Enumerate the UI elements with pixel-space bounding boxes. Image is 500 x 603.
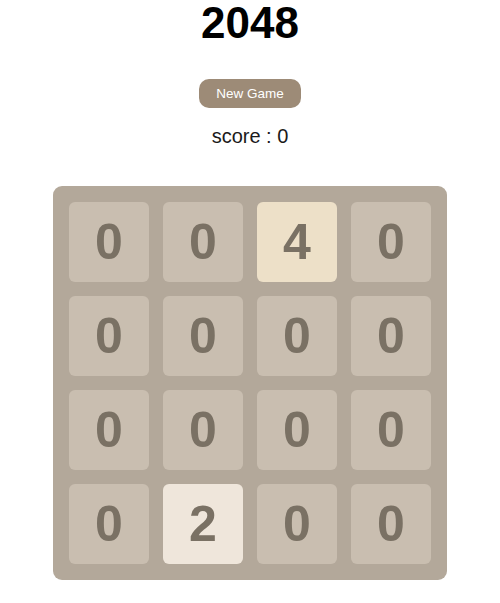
- score-label: score :: [212, 125, 272, 147]
- cell-r1-c1: 0: [163, 296, 243, 376]
- score-line: score : 0: [0, 125, 500, 148]
- score-value: 0: [277, 125, 288, 147]
- cell-r2-c3: 0: [351, 390, 431, 470]
- cell-r3-c3: 0: [351, 484, 431, 564]
- cell-r1-c0: 0: [69, 296, 149, 376]
- cell-r2-c1: 0: [163, 390, 243, 470]
- cell-r3-c2: 0: [257, 484, 337, 564]
- cell-r2-c2: 0: [257, 390, 337, 470]
- cell-r3-c1: 2: [163, 484, 243, 564]
- cell-r0-c1: 0: [163, 202, 243, 282]
- page-title: 2048: [0, 0, 500, 46]
- cell-r2-c0: 0: [69, 390, 149, 470]
- cell-r0-c3: 0: [351, 202, 431, 282]
- cell-r1-c3: 0: [351, 296, 431, 376]
- cell-r3-c0: 0: [69, 484, 149, 564]
- game-board[interactable]: 0 0 4 0 0 0 0 0 0 0 0 0 0 2 0 0: [53, 186, 447, 580]
- new-game-button[interactable]: New Game: [199, 79, 301, 108]
- toolbar: New Game: [0, 79, 500, 108]
- cell-r1-c2: 0: [257, 296, 337, 376]
- game-page: 2048 New Game score : 0 0 0 4 0 0 0 0 0 …: [0, 0, 500, 580]
- cell-r0-c2: 4: [257, 202, 337, 282]
- cell-r0-c0: 0: [69, 202, 149, 282]
